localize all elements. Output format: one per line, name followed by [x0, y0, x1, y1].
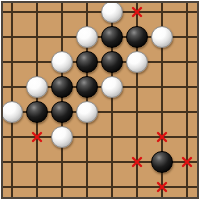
red-x-mark: [156, 131, 168, 143]
white-stone: [3, 101, 23, 123]
black-stone: [101, 51, 123, 73]
black-stone: [101, 26, 123, 48]
black-stone: [51, 76, 73, 98]
red-x-mark: [31, 131, 43, 143]
game-board[interactable]: [3, 3, 197, 197]
grid-line-horizontal: [3, 11, 197, 13]
white-stone: [101, 3, 123, 23]
black-stone: [26, 101, 48, 123]
black-stone: [76, 51, 98, 73]
grid-line-vertical: [11, 3, 13, 197]
white-stone: [151, 26, 173, 48]
red-x-mark: [156, 181, 168, 193]
board-frame: [1, 1, 199, 199]
black-stone: [76, 76, 98, 98]
white-stone: [51, 51, 73, 73]
grid-line-vertical: [36, 3, 38, 197]
grid-line-vertical: [61, 3, 63, 197]
red-x-mark: [131, 6, 143, 18]
red-x-mark: [131, 156, 143, 168]
black-stone: [151, 151, 173, 173]
white-stone: [26, 76, 48, 98]
black-stone: [126, 26, 148, 48]
white-stone: [76, 26, 98, 48]
white-stone: [76, 101, 98, 123]
white-stone: [126, 51, 148, 73]
red-x-mark: [181, 156, 193, 168]
white-stone: [101, 76, 123, 98]
white-stone: [51, 126, 73, 148]
black-stone: [51, 101, 73, 123]
grid-line-horizontal: [3, 61, 197, 63]
